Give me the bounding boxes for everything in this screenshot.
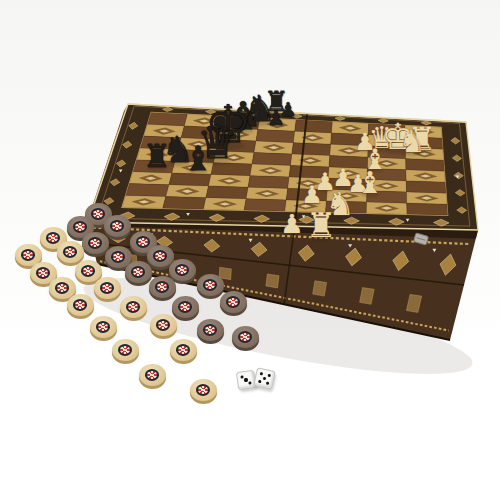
black-rook[interactable]: ♜ [143, 140, 172, 172]
die-showing-3[interactable] [236, 370, 256, 390]
board-square [126, 184, 169, 197]
checker-dark[interactable] [220, 291, 247, 313]
board-square [248, 176, 289, 189]
die-pip [259, 371, 263, 375]
die-showing-5[interactable] [253, 367, 276, 390]
board-square [407, 203, 448, 215]
board-square [256, 130, 295, 143]
product-photo-scene: ♜♟♞♟♟♝♚♛♟♚♜♞♛♞♜♝♝♟♟♟♝♟♞♟♜ [0, 0, 500, 500]
die-pip [265, 381, 269, 385]
die-pip [257, 379, 261, 383]
black-bishop[interactable]: ♝ [183, 141, 213, 175]
board-square [252, 153, 292, 166]
checker-dark[interactable] [197, 319, 224, 341]
board-square [292, 143, 331, 156]
die-pip [249, 381, 253, 385]
checker-dark[interactable] [232, 326, 259, 348]
black-pawn[interactable]: ♟ [267, 108, 285, 128]
checker-cream[interactable] [139, 364, 166, 386]
checker-dark[interactable] [149, 276, 176, 298]
white-knight[interactable]: ♞ [399, 127, 426, 157]
white-bishop[interactable]: ♝ [357, 168, 384, 198]
die-pip [262, 376, 266, 380]
white-pawn[interactable]: ♟ [301, 183, 323, 207]
die-pip [244, 378, 248, 382]
checker-cream[interactable] [120, 296, 147, 318]
white-pawn[interactable]: ♟ [280, 211, 303, 237]
board-square [295, 120, 333, 133]
board-square [148, 112, 188, 126]
board-square [163, 197, 206, 210]
board-square [406, 159, 445, 172]
checker-cream[interactable] [150, 314, 177, 336]
board-square [406, 181, 446, 193]
checker-cream[interactable] [94, 277, 121, 299]
checker-cream[interactable] [90, 316, 117, 338]
die-pip [267, 373, 271, 377]
checker-cream[interactable] [67, 294, 94, 316]
checker-cream[interactable] [112, 339, 139, 361]
board-square [206, 186, 248, 199]
checker-cream[interactable] [170, 339, 197, 361]
white-rook[interactable]: ♜ [306, 208, 336, 242]
checker-cream[interactable] [190, 379, 217, 401]
die-pip [240, 375, 244, 379]
checker-dark[interactable] [125, 261, 152, 283]
